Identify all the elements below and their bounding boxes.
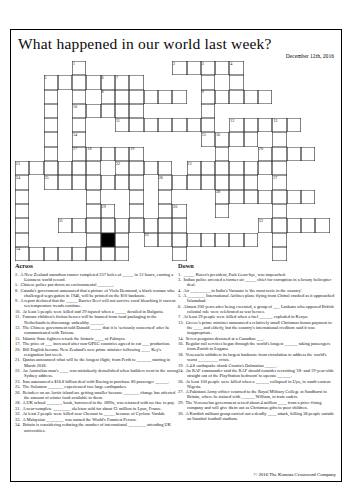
clue-number: 4. bbox=[178, 288, 182, 293]
cell-number: 6 bbox=[102, 75, 104, 80]
grid-cell[interactable] bbox=[215, 175, 229, 189]
grid-cell[interactable] bbox=[15, 218, 29, 232]
grid-cell[interactable] bbox=[287, 218, 301, 232]
grid-cell[interactable] bbox=[144, 90, 158, 104]
grid-cell[interactable] bbox=[272, 233, 286, 247]
clue-number: 34. bbox=[15, 422, 22, 427]
clue-number: 24. bbox=[178, 368, 185, 373]
grid-cell[interactable] bbox=[172, 218, 186, 232]
grid-cell[interactable] bbox=[287, 190, 301, 204]
clue-item: 18. Venezuela withdrew its largest bankn… bbox=[178, 352, 337, 362]
grid-cell[interactable]: 15 bbox=[201, 132, 215, 146]
clue-number: 7. bbox=[178, 314, 182, 319]
grid-cell[interactable] bbox=[201, 233, 215, 247]
clue-item: 19. A 4.8 earthquake shook Croatia's Dal… bbox=[178, 363, 337, 368]
crossword-grid: 1234567891011121314151617181920212223242… bbox=[15, 61, 330, 261]
grid-cell[interactable] bbox=[72, 175, 86, 189]
grid-cell[interactable] bbox=[229, 75, 243, 89]
grid-cell[interactable] bbox=[229, 190, 243, 204]
grid-cell[interactable] bbox=[201, 75, 215, 89]
cell-number: 25 bbox=[44, 175, 48, 180]
across-clues: Across 2. A New Zealand marathon runner … bbox=[15, 262, 178, 433]
grid-cell[interactable] bbox=[215, 90, 229, 104]
cell-number: 19 bbox=[130, 146, 134, 151]
clue-item: 29. The Venezuelan government seized abo… bbox=[178, 400, 337, 410]
grid-cell[interactable] bbox=[158, 218, 172, 232]
grid-cell[interactable] bbox=[72, 161, 86, 175]
cell-number: 5 bbox=[44, 75, 46, 80]
clue-number: 14. bbox=[178, 336, 185, 341]
cell-number: 17 bbox=[73, 146, 77, 151]
cell-number: 20 bbox=[259, 146, 263, 151]
grid-cell[interactable] bbox=[72, 218, 86, 232]
grid-cell[interactable] bbox=[129, 118, 143, 132]
grid-cell[interactable] bbox=[287, 118, 301, 132]
grid-cell[interactable] bbox=[115, 175, 129, 189]
grid-cell[interactable]: 4 bbox=[229, 61, 243, 75]
clue-number: 20. bbox=[15, 347, 22, 352]
grid-cell[interactable]: 10 bbox=[72, 104, 86, 118]
clue-number: 26. bbox=[178, 379, 185, 384]
clue-item: 17. The price of ___ increased after non… bbox=[15, 341, 178, 346]
grid-cell[interactable] bbox=[101, 218, 115, 232]
down-heading: Down bbox=[178, 262, 337, 270]
grid-cell[interactable] bbox=[58, 247, 72, 261]
grid-cell[interactable] bbox=[101, 247, 115, 261]
clue-number: 27. bbox=[178, 389, 185, 394]
clue-item: 4. Air _________ in India's Varanasi is … bbox=[178, 288, 337, 293]
puzzle-page: What happened in our world last week? De… bbox=[0, 0, 354, 500]
grid-cell[interactable]: 27 bbox=[272, 175, 286, 189]
grid-cell[interactable] bbox=[101, 175, 115, 189]
grid-cell[interactable] bbox=[272, 204, 286, 218]
grid-cell[interactable] bbox=[72, 118, 86, 132]
grid-cell[interactable]: 14 bbox=[72, 132, 86, 146]
clue-item: 6. Almost 200 years after being executed… bbox=[178, 304, 337, 314]
cell-number: 32 bbox=[259, 218, 263, 223]
grid-cell[interactable] bbox=[115, 247, 129, 261]
clue-number: 29. bbox=[178, 400, 185, 405]
grid-cell[interactable] bbox=[215, 147, 229, 161]
clue-number: 15. bbox=[15, 336, 22, 341]
cell-number: 14 bbox=[73, 132, 77, 137]
grid-cell[interactable] bbox=[144, 161, 158, 175]
grid-cell[interactable] bbox=[144, 118, 158, 132]
grid-cell[interactable] bbox=[272, 190, 286, 204]
clue-item: 32. At least 2 people were killed near C… bbox=[15, 411, 178, 416]
cell-number: 31 bbox=[59, 218, 63, 223]
cell-number: 15 bbox=[202, 132, 206, 137]
grid-cell[interactable] bbox=[129, 218, 143, 232]
grid-cell[interactable] bbox=[44, 147, 58, 161]
grid-cell[interactable] bbox=[72, 247, 86, 261]
clue-item: 22. An Australian man's ____ was mistake… bbox=[15, 368, 178, 378]
grid-cell[interactable] bbox=[215, 233, 229, 247]
cell-number: 27 bbox=[273, 175, 277, 180]
grid-cell[interactable] bbox=[229, 161, 243, 175]
clue-number: 8. bbox=[15, 288, 19, 293]
grid-cell[interactable] bbox=[272, 247, 286, 261]
cell-number: 9 bbox=[202, 89, 204, 94]
cell-number: 2 bbox=[173, 61, 175, 66]
grid-cell[interactable] bbox=[44, 161, 58, 175]
clue-item: 10. At least 5 people were killed and 29… bbox=[15, 309, 178, 314]
grid-cell[interactable] bbox=[244, 118, 258, 132]
cell-number: 28 bbox=[216, 189, 220, 194]
clue-item: 21. Qantas announced what will be the lo… bbox=[15, 357, 178, 367]
grid-cell[interactable] bbox=[115, 233, 129, 247]
grid-cell[interactable]: 3 bbox=[201, 61, 215, 75]
cell-number: 22 bbox=[116, 161, 120, 166]
grid-cell[interactable] bbox=[315, 218, 329, 232]
grid-cell[interactable] bbox=[129, 175, 143, 189]
grid-cell[interactable] bbox=[215, 161, 229, 175]
clue-item: 13. Greece's prime minister announced a … bbox=[178, 320, 337, 335]
grid-cell[interactable] bbox=[258, 190, 272, 204]
clue-item: 23. Iran announced a $16.8 billion deal … bbox=[15, 379, 178, 384]
grid-cell[interactable]: 1 bbox=[72, 61, 86, 75]
grid-cell[interactable] bbox=[86, 247, 100, 261]
clue-number: 5. bbox=[178, 293, 182, 298]
clue-number: 18. bbox=[178, 352, 185, 357]
clue-number: 11. bbox=[15, 314, 21, 319]
grid-cell[interactable] bbox=[129, 104, 143, 118]
grid-cell[interactable] bbox=[15, 233, 29, 247]
grid-cell[interactable]: 5 bbox=[44, 75, 58, 89]
grid-cell-black bbox=[101, 233, 115, 247]
grid-cell[interactable]: 33 bbox=[144, 233, 158, 247]
clue-item: 5. Chinese police put down an environmen… bbox=[15, 282, 178, 287]
grid-cell[interactable]: 16 bbox=[215, 132, 229, 146]
grid-cell[interactable] bbox=[58, 175, 72, 189]
grid-cell[interactable] bbox=[287, 147, 301, 161]
cell-number: 13 bbox=[273, 118, 277, 123]
grid-cell[interactable] bbox=[215, 61, 229, 75]
grid-cell[interactable] bbox=[86, 161, 100, 175]
grid-cell[interactable] bbox=[158, 204, 172, 218]
clue-item: 16. Regular rail services began through … bbox=[178, 341, 337, 351]
grid-cell[interactable]: 25 bbox=[44, 175, 58, 189]
clue-item: 5. A ________ International Airlines pla… bbox=[178, 293, 337, 303]
grid-cell[interactable] bbox=[58, 161, 72, 175]
cell-number: 11 bbox=[116, 118, 120, 123]
cell-number: 26 bbox=[159, 175, 163, 180]
cell-number: 10 bbox=[73, 104, 77, 109]
clue-item: 2. A New Zealand marathon runner complet… bbox=[15, 272, 178, 282]
copyright-notice: © 2016 The Komsta Crossword Company bbox=[253, 472, 336, 477]
grid-cell[interactable] bbox=[229, 132, 243, 146]
grid-cell[interactable]: 9 bbox=[201, 90, 215, 104]
clue-number: 6. bbox=[178, 304, 182, 309]
cell-number: 30 bbox=[173, 204, 177, 209]
grid-cell[interactable]: 8 bbox=[101, 90, 115, 104]
grid-cell[interactable] bbox=[129, 204, 143, 218]
grid-cell[interactable]: 26 bbox=[158, 175, 172, 189]
grid-cell[interactable] bbox=[86, 218, 100, 232]
page-border: What happened in our world last week? De… bbox=[10, 29, 342, 482]
clue-item: 15. Islamic State fighters retook the hi… bbox=[15, 336, 178, 341]
clue-number: 3. bbox=[178, 277, 182, 282]
grid-cell[interactable] bbox=[258, 161, 272, 175]
grid-cell[interactable] bbox=[158, 161, 172, 175]
grid-cell[interactable] bbox=[44, 90, 58, 104]
clue-item: 8. Canada's government announced that a … bbox=[15, 288, 178, 298]
grid-cell[interactable] bbox=[29, 247, 43, 261]
clue-number: 26. bbox=[15, 390, 22, 395]
grid-cell[interactable] bbox=[187, 233, 201, 247]
cell-number: 21 bbox=[16, 161, 20, 166]
grid-cell[interactable]: 20 bbox=[258, 147, 272, 161]
grid-cell[interactable] bbox=[301, 190, 315, 204]
grid-cell[interactable]: 31 bbox=[58, 218, 72, 232]
grid-cell[interactable] bbox=[172, 247, 186, 261]
grid-cell[interactable]: 21 bbox=[15, 161, 29, 175]
grid-cell[interactable] bbox=[86, 233, 100, 247]
grid-cell[interactable]: 2 bbox=[172, 61, 186, 75]
cell-number: 24 bbox=[16, 175, 20, 180]
grid-cell[interactable] bbox=[72, 75, 86, 89]
grid-cell[interactable] bbox=[187, 175, 201, 189]
down-clue-list: 1. _____ Korea's president, Park Geun-hy… bbox=[178, 272, 337, 421]
clue-number: 5. bbox=[15, 282, 19, 287]
clue-item: 3. Indian police arrested a former air _… bbox=[178, 277, 337, 287]
clue-item: 26. Reindeer on an Arctic island are get… bbox=[15, 390, 178, 400]
grid-cell[interactable]: 34 bbox=[15, 247, 29, 261]
grid-cell[interactable]: 29 bbox=[101, 204, 115, 218]
clue-item: 28. A UK school _______ book, borrowed i… bbox=[15, 400, 178, 405]
clue-item: 24. An RAF commander said the RAF should… bbox=[178, 368, 337, 378]
grid-cell[interactable]: 7 bbox=[115, 75, 129, 89]
clue-item: 14. Seven penguins drowned at a Canadian… bbox=[178, 336, 337, 341]
cell-number: 34 bbox=[16, 246, 20, 251]
grid-cell[interactable] bbox=[58, 75, 72, 89]
grid-cell[interactable]: 24 bbox=[15, 175, 29, 189]
cell-number: 12 bbox=[230, 118, 234, 123]
grid-cell[interactable] bbox=[229, 90, 243, 104]
cell-number: 4 bbox=[230, 61, 232, 66]
grid-cell[interactable]: 13 bbox=[272, 118, 286, 132]
grid-cell[interactable]: 28 bbox=[215, 190, 229, 204]
grid-cell[interactable] bbox=[15, 190, 29, 204]
grid-cell[interactable] bbox=[187, 61, 201, 75]
grid-cell[interactable] bbox=[172, 175, 186, 189]
across-clue-list: 2. A New Zealand marathon runner complet… bbox=[15, 272, 178, 433]
grid-cell[interactable]: 23 bbox=[187, 161, 201, 175]
clue-number: 13. bbox=[178, 320, 185, 325]
grid-cell[interactable] bbox=[301, 218, 315, 232]
clue-item: 31. A near-complete ________ skeleton so… bbox=[15, 406, 178, 411]
grid-cell[interactable]: 11 bbox=[115, 118, 129, 132]
clue-item: 1. _____ Korea's president, Park Geun-hy… bbox=[178, 272, 337, 277]
grid-cell[interactable] bbox=[44, 247, 58, 261]
grid-cell[interactable] bbox=[301, 147, 315, 161]
grid-cell[interactable] bbox=[172, 233, 186, 247]
clue-number: 21. bbox=[15, 357, 22, 362]
grid-cell[interactable] bbox=[158, 190, 172, 204]
clue-number: 10. bbox=[15, 309, 22, 314]
grid-cell[interactable] bbox=[15, 204, 29, 218]
clue-item: 30. A Kurdish militant group carried out… bbox=[178, 411, 337, 421]
grid-cell[interactable] bbox=[44, 118, 58, 132]
grid-cell[interactable] bbox=[272, 132, 286, 146]
cell-number: 18 bbox=[87, 146, 91, 151]
grid-cell[interactable] bbox=[244, 132, 258, 146]
puzzle-title: What happened in our world last week? bbox=[18, 35, 272, 53]
clue-item: 12. The Chinese government told Donald _… bbox=[15, 325, 178, 335]
grid-cell[interactable] bbox=[115, 90, 129, 104]
grid-cell[interactable] bbox=[244, 161, 258, 175]
clue-number: 9. bbox=[15, 298, 19, 303]
grid-cell[interactable] bbox=[201, 161, 215, 175]
grid-cell[interactable]: 19 bbox=[129, 147, 143, 161]
across-heading: Across bbox=[15, 262, 178, 270]
grid-cell[interactable]: 30 bbox=[172, 204, 186, 218]
grid-cell[interactable] bbox=[272, 161, 286, 175]
clue-number: 33. bbox=[15, 417, 22, 422]
cell-number: 3 bbox=[202, 61, 204, 66]
clue-number: 2. bbox=[15, 272, 19, 277]
cell-number: 8 bbox=[102, 89, 104, 94]
clue-item: 25. The Solomon _______ experienced two … bbox=[15, 384, 178, 389]
clue-number: 32. bbox=[15, 411, 22, 416]
grid-cell[interactable] bbox=[44, 132, 58, 146]
clue-number: 23. bbox=[15, 379, 22, 384]
clue-number: 28. bbox=[15, 400, 22, 405]
grid-cell[interactable] bbox=[244, 90, 258, 104]
grid-cell[interactable] bbox=[86, 190, 100, 204]
grid-cell[interactable] bbox=[101, 147, 115, 161]
grid-cell[interactable] bbox=[115, 147, 129, 161]
grid-cell[interactable] bbox=[86, 204, 100, 218]
grid-cell[interactable]: 22 bbox=[115, 161, 129, 175]
puzzle-date: December 12th, 2016 bbox=[286, 53, 334, 59]
clue-number: 25. bbox=[15, 384, 22, 389]
grid-cell[interactable] bbox=[86, 75, 100, 89]
grid-cell[interactable] bbox=[258, 118, 272, 132]
grid-cell[interactable] bbox=[244, 190, 258, 204]
clue-number: 30. bbox=[178, 411, 185, 416]
grid-cell[interactable] bbox=[158, 118, 172, 132]
grid-cell[interactable]: 6 bbox=[101, 75, 115, 89]
clue-number: 31. bbox=[15, 406, 22, 411]
grid-cell[interactable] bbox=[86, 175, 100, 189]
down-clues: Down 1. _____ Korea's president, Park Ge… bbox=[178, 262, 337, 421]
grid-cell[interactable] bbox=[101, 104, 115, 118]
grid-cell[interactable] bbox=[129, 190, 143, 204]
clue-number: 12. bbox=[15, 325, 22, 330]
clue-number: 17. bbox=[15, 341, 22, 346]
grid-cell[interactable]: 18 bbox=[86, 147, 100, 161]
clue-number: 1. bbox=[178, 272, 182, 277]
cell-number: 33 bbox=[144, 232, 148, 237]
cell-number: 23 bbox=[187, 161, 191, 166]
cell-number: 16 bbox=[216, 132, 220, 137]
grid-cell[interactable] bbox=[115, 218, 129, 232]
grid-cell[interactable] bbox=[272, 147, 286, 161]
grid-cell[interactable] bbox=[72, 90, 86, 104]
clue-number: 19. bbox=[178, 363, 185, 368]
grid-cell[interactable] bbox=[244, 233, 258, 247]
cell-number: 1 bbox=[73, 61, 75, 66]
grid-cell[interactable] bbox=[215, 204, 229, 218]
grid-cell[interactable] bbox=[158, 90, 172, 104]
grid-cell[interactable] bbox=[201, 175, 215, 189]
grid-cell[interactable] bbox=[115, 104, 129, 118]
grid-cell[interactable] bbox=[172, 90, 186, 104]
clue-item: 9. A report declared that the _____ Barr… bbox=[15, 298, 178, 308]
cell-number: 29 bbox=[102, 204, 106, 209]
grid-cell[interactable] bbox=[229, 175, 243, 189]
cell-number: 7 bbox=[116, 75, 118, 80]
grid-cell[interactable] bbox=[272, 218, 286, 232]
grid-cell[interactable] bbox=[187, 118, 201, 132]
clue-item: 7. At least 39 people were killed when a… bbox=[178, 314, 337, 319]
clue-number: 16. bbox=[178, 341, 185, 346]
grid-cell[interactable] bbox=[86, 104, 100, 118]
grid-cell[interactable] bbox=[129, 161, 143, 175]
grid-cell[interactable] bbox=[129, 90, 143, 104]
grid-cell[interactable] bbox=[144, 218, 158, 232]
grid-cell[interactable]: 17 bbox=[72, 147, 86, 161]
grid-cell[interactable] bbox=[258, 90, 272, 104]
grid-cell[interactable] bbox=[44, 104, 58, 118]
clue-number: 22. bbox=[15, 368, 22, 373]
clue-item: 26. At least 100 people were killed when… bbox=[178, 379, 337, 389]
grid-cell[interactable] bbox=[244, 175, 258, 189]
grid-cell[interactable] bbox=[172, 118, 186, 132]
grid-cell[interactable] bbox=[229, 233, 243, 247]
grid-cell[interactable] bbox=[29, 161, 43, 175]
grid-cell[interactable] bbox=[201, 104, 215, 118]
grid-cell[interactable]: 32 bbox=[258, 218, 272, 232]
grid-cell[interactable] bbox=[158, 233, 172, 247]
clue-item: 27. A Pakistani Army officer returned to… bbox=[178, 389, 337, 399]
grid-cell[interactable] bbox=[129, 75, 143, 89]
clue-item: 11. Famous children's fiction heroes wil… bbox=[15, 314, 178, 324]
clue-item: 20. Bill English became New Zealand's ne… bbox=[15, 347, 178, 357]
clue-item: 34. Britain is considering reducing the … bbox=[15, 422, 178, 432]
grid-cell[interactable]: 12 bbox=[229, 118, 243, 132]
grid-cell[interactable] bbox=[201, 118, 215, 132]
clue-item: 33. A Malaysian ________ was named the W… bbox=[15, 417, 178, 422]
